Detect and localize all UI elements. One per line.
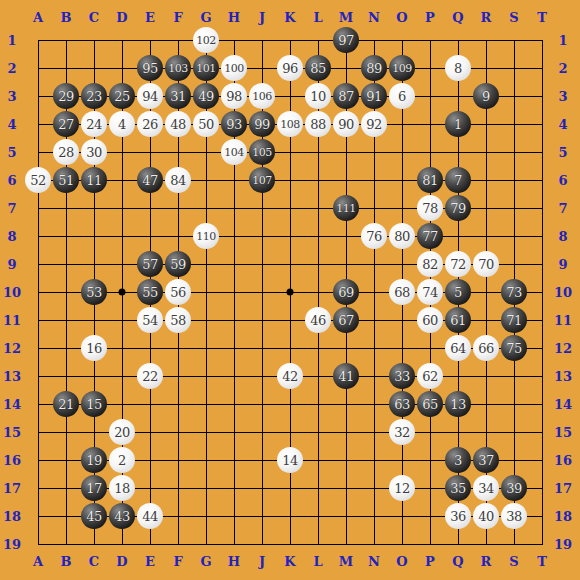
stone-black-39-S17[interactable]: 39 <box>501 475 527 501</box>
stone-black-25-D3[interactable]: 25 <box>109 83 135 109</box>
stone-black-109-O2[interactable]: 109 <box>389 55 415 81</box>
col-label-top-Q: Q <box>452 10 463 25</box>
move-number: 61 <box>450 314 466 327</box>
stone-black-103-F2[interactable]: 103 <box>165 55 191 81</box>
row-label-left-19: 19 <box>3 537 21 552</box>
go-board: ABCDEFGHJKLMNOPQRST ABCDEFGHJKLMNOPQRST … <box>0 0 580 580</box>
row-label-right-19: 19 <box>554 537 572 552</box>
move-number: 106 <box>252 91 272 102</box>
row-label-left-15: 15 <box>3 425 21 440</box>
move-number: 78 <box>422 202 438 215</box>
stone-black-31-F3[interactable]: 31 <box>165 83 191 109</box>
move-number: 12 <box>394 482 410 495</box>
move-number: 43 <box>114 510 130 523</box>
move-number: 26 <box>142 118 158 131</box>
move-number: 25 <box>114 90 130 103</box>
stone-white-34-R17[interactable]: 34 <box>473 475 499 501</box>
move-number: 5 <box>454 286 462 299</box>
move-number: 37 <box>478 454 494 467</box>
stone-white-58-F11[interactable]: 58 <box>165 307 191 333</box>
move-number: 96 <box>282 62 298 75</box>
stone-black-43-D18[interactable]: 43 <box>109 503 135 529</box>
move-number: 16 <box>86 342 102 355</box>
move-number: 99 <box>254 118 270 131</box>
move-number: 70 <box>478 258 494 271</box>
stone-black-107-J6[interactable]: 107 <box>249 167 275 193</box>
move-number: 31 <box>170 90 186 103</box>
stone-white-106-J3[interactable]: 106 <box>249 83 275 109</box>
stone-black-71-S11[interactable]: 71 <box>501 307 527 333</box>
move-number: 64 <box>450 342 466 355</box>
move-number: 81 <box>422 174 438 187</box>
stone-black-55-E10[interactable]: 55 <box>137 279 163 305</box>
move-number: 15 <box>86 398 102 411</box>
stone-black-97-M1[interactable]: 97 <box>333 27 359 53</box>
move-number: 104 <box>224 147 244 158</box>
stone-black-59-F9[interactable]: 59 <box>165 251 191 277</box>
move-number: 24 <box>86 118 102 131</box>
move-number: 29 <box>58 90 74 103</box>
col-label-top-B: B <box>61 10 72 25</box>
move-number: 45 <box>86 510 102 523</box>
stone-white-94-E3[interactable]: 94 <box>137 83 163 109</box>
move-number: 47 <box>142 174 158 187</box>
stone-black-91-N3[interactable]: 91 <box>361 83 387 109</box>
stone-white-32-O15[interactable]: 32 <box>389 419 415 445</box>
col-label-top-K: K <box>284 10 295 25</box>
stone-white-92-N4[interactable]: 92 <box>361 111 387 137</box>
stone-black-111-M7[interactable]: 111 <box>333 195 359 221</box>
col-label-top-A: A <box>33 10 43 25</box>
stone-white-2-D16[interactable]: 2 <box>109 447 135 473</box>
move-number: 67 <box>338 314 354 327</box>
stone-white-18-D17[interactable]: 18 <box>109 475 135 501</box>
stone-black-69-M10[interactable]: 69 <box>333 279 359 305</box>
stone-white-70-R9[interactable]: 70 <box>473 251 499 277</box>
col-label-top-J: J <box>259 10 265 25</box>
stone-black-85-L2[interactable]: 85 <box>305 55 331 81</box>
move-number: 103 <box>168 63 188 74</box>
move-number: 66 <box>478 342 494 355</box>
stone-white-82-P9[interactable]: 82 <box>417 251 443 277</box>
stone-white-60-P11[interactable]: 60 <box>417 307 443 333</box>
row-label-right-18: 18 <box>554 509 572 524</box>
stones-grid[interactable]: 1029795103101100968589109829232594314998… <box>24 26 556 558</box>
stone-white-110-G8[interactable]: 110 <box>193 223 219 249</box>
move-number: 60 <box>422 314 438 327</box>
move-number: 79 <box>450 202 466 215</box>
move-number: 8 <box>454 62 462 75</box>
row-label-right-16: 16 <box>554 453 572 468</box>
move-number: 7 <box>454 174 462 187</box>
stone-white-10-L3[interactable]: 10 <box>305 83 331 109</box>
move-number: 50 <box>198 118 214 131</box>
stone-black-29-B3[interactable]: 29 <box>53 83 79 109</box>
move-number: 84 <box>170 174 186 187</box>
move-number: 94 <box>142 90 158 103</box>
move-number: 33 <box>394 370 410 383</box>
stone-white-4-D4[interactable]: 4 <box>109 111 135 137</box>
stone-black-53-C10[interactable]: 53 <box>81 279 107 305</box>
col-label-top-O: O <box>396 10 407 25</box>
move-number: 100 <box>224 63 244 74</box>
move-number: 22 <box>142 370 158 383</box>
stone-black-51-B6[interactable]: 51 <box>53 167 79 193</box>
move-number: 85 <box>310 62 326 75</box>
stone-black-65-P14[interactable]: 65 <box>417 391 443 417</box>
move-number: 19 <box>86 454 102 467</box>
move-number: 23 <box>86 90 102 103</box>
stone-black-37-R16[interactable]: 37 <box>473 447 499 473</box>
stone-white-84-F6[interactable]: 84 <box>165 167 191 193</box>
move-number: 101 <box>196 63 216 74</box>
move-number: 59 <box>170 258 186 271</box>
stone-black-23-C3[interactable]: 23 <box>81 83 107 109</box>
move-number: 91 <box>366 90 382 103</box>
row-label-left-10: 10 <box>3 285 21 300</box>
stone-black-61-Q11[interactable]: 61 <box>445 307 471 333</box>
move-number: 6 <box>398 90 406 103</box>
stone-black-99-J4[interactable]: 99 <box>249 111 275 137</box>
col-label-top-C: C <box>89 10 99 25</box>
stone-black-41-M13[interactable]: 41 <box>333 363 359 389</box>
col-label-top-G: G <box>200 10 211 25</box>
stone-white-90-M4[interactable]: 90 <box>333 111 359 137</box>
move-number: 14 <box>282 454 298 467</box>
stone-black-19-C16[interactable]: 19 <box>81 447 107 473</box>
col-label-top-N: N <box>368 10 380 25</box>
move-number: 20 <box>114 426 130 439</box>
move-number: 63 <box>394 398 410 411</box>
stone-black-13-Q14[interactable]: 13 <box>445 391 471 417</box>
move-number: 105 <box>252 147 272 158</box>
stone-black-57-E9[interactable]: 57 <box>137 251 163 277</box>
stone-black-101-G2[interactable]: 101 <box>193 55 219 81</box>
move-number: 54 <box>142 314 158 327</box>
stone-black-45-C18[interactable]: 45 <box>81 503 107 529</box>
move-number: 80 <box>394 230 410 243</box>
col-label-top-P: P <box>425 10 435 25</box>
move-number: 53 <box>86 286 102 299</box>
row-label-right-17: 17 <box>554 481 572 496</box>
stone-white-108-K4[interactable]: 108 <box>277 111 303 137</box>
stone-white-44-E18[interactable]: 44 <box>137 503 163 529</box>
row-label-right-12: 12 <box>554 341 572 356</box>
row-label-left-18: 18 <box>3 509 21 524</box>
stone-white-80-O8[interactable]: 80 <box>389 223 415 249</box>
row-label-right-2: 2 <box>558 61 567 76</box>
move-number: 102 <box>196 35 216 46</box>
move-number: 13 <box>450 398 466 411</box>
row-label-left-7: 7 <box>7 201 16 216</box>
move-number: 34 <box>478 482 494 495</box>
move-number: 42 <box>282 370 298 383</box>
stone-black-49-G3[interactable]: 49 <box>193 83 219 109</box>
row-label-left-17: 17 <box>3 481 21 496</box>
stone-white-98-H3[interactable]: 98 <box>221 83 247 109</box>
stone-white-56-F10[interactable]: 56 <box>165 279 191 305</box>
move-number: 41 <box>338 370 354 383</box>
row-label-right-8: 8 <box>558 229 567 244</box>
move-number: 11 <box>86 174 102 187</box>
stone-black-5-Q10[interactable]: 5 <box>445 279 471 305</box>
move-number: 110 <box>196 231 216 242</box>
move-number: 2 <box>118 454 126 467</box>
stone-black-35-Q17[interactable]: 35 <box>445 475 471 501</box>
stone-white-68-O10[interactable]: 68 <box>389 279 415 305</box>
move-number: 93 <box>226 118 242 131</box>
row-label-left-16: 16 <box>3 453 21 468</box>
move-number: 98 <box>226 90 242 103</box>
move-number: 88 <box>310 118 326 131</box>
row-label-right-10: 10 <box>554 285 572 300</box>
row-label-left-8: 8 <box>7 229 16 244</box>
move-number: 89 <box>366 62 382 75</box>
stone-white-14-K16[interactable]: 14 <box>277 447 303 473</box>
stone-white-30-C5[interactable]: 30 <box>81 139 107 165</box>
stone-white-100-H2[interactable]: 100 <box>221 55 247 81</box>
row-label-left-14: 14 <box>3 397 21 412</box>
move-number: 38 <box>506 510 522 523</box>
move-number: 3 <box>454 454 462 467</box>
row-label-left-12: 12 <box>3 341 21 356</box>
row-label-left-13: 13 <box>3 369 21 384</box>
stone-black-77-P8[interactable]: 77 <box>417 223 443 249</box>
move-number: 17 <box>86 482 102 495</box>
stone-black-75-S12[interactable]: 75 <box>501 335 527 361</box>
row-label-right-11: 11 <box>554 313 572 328</box>
move-number: 109 <box>392 63 412 74</box>
stone-white-74-P10[interactable]: 74 <box>417 279 443 305</box>
stone-black-67-M11[interactable]: 67 <box>333 307 359 333</box>
stone-white-64-Q12[interactable]: 64 <box>445 335 471 361</box>
row-label-right-1: 1 <box>558 33 567 48</box>
stone-black-63-O14[interactable]: 63 <box>389 391 415 417</box>
move-number: 46 <box>310 314 326 327</box>
col-label-top-T: T <box>537 10 547 25</box>
move-number: 39 <box>506 482 522 495</box>
stone-black-81-P6[interactable]: 81 <box>417 167 443 193</box>
row-label-right-5: 5 <box>558 145 567 160</box>
move-number: 77 <box>422 230 438 243</box>
stone-black-33-O13[interactable]: 33 <box>389 363 415 389</box>
row-label-right-9: 9 <box>558 257 567 272</box>
stone-white-42-K13[interactable]: 42 <box>277 363 303 389</box>
move-number: 69 <box>338 286 354 299</box>
move-number: 72 <box>450 258 466 271</box>
stone-white-76-N8[interactable]: 76 <box>361 223 387 249</box>
stone-white-40-R18[interactable]: 40 <box>473 503 499 529</box>
stone-black-11-C6[interactable]: 11 <box>81 167 107 193</box>
move-number: 28 <box>58 146 74 159</box>
stone-black-105-J5[interactable]: 105 <box>249 139 275 165</box>
move-number: 87 <box>338 90 354 103</box>
row-label-left-5: 5 <box>7 145 16 160</box>
stone-white-78-P7[interactable]: 78 <box>417 195 443 221</box>
row-label-right-7: 7 <box>558 201 567 216</box>
row-label-right-14: 14 <box>554 397 572 412</box>
move-number: 18 <box>114 482 130 495</box>
col-label-top-F: F <box>173 10 182 25</box>
stone-white-24-C4[interactable]: 24 <box>81 111 107 137</box>
row-label-left-6: 6 <box>7 173 16 188</box>
move-number: 76 <box>366 230 382 243</box>
row-label-left-9: 9 <box>7 257 16 272</box>
stone-black-93-H4[interactable]: 93 <box>221 111 247 137</box>
row-label-right-6: 6 <box>558 173 567 188</box>
row-label-left-1: 1 <box>7 33 16 48</box>
col-label-top-D: D <box>116 10 127 25</box>
move-number: 10 <box>310 90 326 103</box>
stone-black-7-Q6[interactable]: 7 <box>445 167 471 193</box>
stone-white-104-H5[interactable]: 104 <box>221 139 247 165</box>
move-number: 9 <box>482 90 490 103</box>
stone-black-3-Q16[interactable]: 3 <box>445 447 471 473</box>
move-number: 1 <box>454 118 462 131</box>
row-label-left-3: 3 <box>7 89 16 104</box>
move-number: 57 <box>142 258 158 271</box>
stone-white-66-R12[interactable]: 66 <box>473 335 499 361</box>
col-label-top-R: R <box>481 10 492 25</box>
stone-black-73-S10[interactable]: 73 <box>501 279 527 305</box>
stone-white-54-E11[interactable]: 54 <box>137 307 163 333</box>
move-number: 68 <box>394 286 410 299</box>
stone-black-27-B4[interactable]: 27 <box>53 111 79 137</box>
col-label-top-S: S <box>509 10 518 25</box>
move-number: 44 <box>142 510 158 523</box>
stone-black-21-B14[interactable]: 21 <box>53 391 79 417</box>
move-number: 27 <box>58 118 74 131</box>
stone-white-62-P13[interactable]: 62 <box>417 363 443 389</box>
move-number: 35 <box>450 482 466 495</box>
move-number: 40 <box>478 510 494 523</box>
move-number: 55 <box>142 286 158 299</box>
row-label-right-3: 3 <box>558 89 567 104</box>
move-number: 108 <box>280 119 300 130</box>
move-number: 97 <box>338 34 354 47</box>
stone-white-26-E4[interactable]: 26 <box>137 111 163 137</box>
move-number: 48 <box>170 118 186 131</box>
move-number: 21 <box>58 398 74 411</box>
stone-white-50-G4[interactable]: 50 <box>193 111 219 137</box>
move-number: 74 <box>422 286 438 299</box>
row-label-left-4: 4 <box>7 117 16 132</box>
move-number: 4 <box>118 118 126 131</box>
move-number: 95 <box>142 62 158 75</box>
row-label-right-4: 4 <box>558 117 567 132</box>
move-number: 75 <box>506 342 522 355</box>
move-number: 90 <box>338 118 354 131</box>
stone-white-22-E13[interactable]: 22 <box>137 363 163 389</box>
stone-white-48-F4[interactable]: 48 <box>165 111 191 137</box>
stone-black-17-C17[interactable]: 17 <box>81 475 107 501</box>
move-number: 92 <box>366 118 382 131</box>
move-number: 49 <box>198 90 214 103</box>
row-label-left-2: 2 <box>7 61 16 76</box>
stone-white-38-S18[interactable]: 38 <box>501 503 527 529</box>
col-label-top-M: M <box>339 10 353 25</box>
move-number: 56 <box>170 286 186 299</box>
stone-white-20-D15[interactable]: 20 <box>109 419 135 445</box>
stone-black-47-E6[interactable]: 47 <box>137 167 163 193</box>
move-number: 30 <box>86 146 102 159</box>
stone-white-6-O3[interactable]: 6 <box>389 83 415 109</box>
move-number: 73 <box>506 286 522 299</box>
stone-black-79-Q7[interactable]: 79 <box>445 195 471 221</box>
col-label-top-E: E <box>145 10 155 25</box>
move-number: 62 <box>422 370 438 383</box>
stone-black-89-N2[interactable]: 89 <box>361 55 387 81</box>
row-label-right-13: 13 <box>554 369 572 384</box>
move-number: 107 <box>252 175 272 186</box>
stone-white-36-Q18[interactable]: 36 <box>445 503 471 529</box>
move-number: 82 <box>422 258 438 271</box>
stone-white-46-L11[interactable]: 46 <box>305 307 331 333</box>
move-number: 36 <box>450 510 466 523</box>
move-number: 58 <box>170 314 186 327</box>
stone-black-95-E2[interactable]: 95 <box>137 55 163 81</box>
row-label-left-11: 11 <box>3 313 21 328</box>
stone-white-16-C12[interactable]: 16 <box>81 335 107 361</box>
stone-white-8-Q2[interactable]: 8 <box>445 55 471 81</box>
move-number: 71 <box>506 314 522 327</box>
stone-black-15-C14[interactable]: 15 <box>81 391 107 417</box>
col-label-top-L: L <box>313 10 322 25</box>
stone-black-1-Q4[interactable]: 1 <box>445 111 471 137</box>
stone-white-88-L4[interactable]: 88 <box>305 111 331 137</box>
stone-white-28-B5[interactable]: 28 <box>53 139 79 165</box>
stone-white-96-K2[interactable]: 96 <box>277 55 303 81</box>
col-label-top-H: H <box>228 10 240 25</box>
move-number: 32 <box>394 426 410 439</box>
stone-black-87-M3[interactable]: 87 <box>333 83 359 109</box>
move-number: 111 <box>336 203 356 214</box>
move-number: 65 <box>422 398 438 411</box>
row-label-right-15: 15 <box>554 425 572 440</box>
stone-white-52-A6[interactable]: 52 <box>25 167 51 193</box>
move-number: 51 <box>58 174 74 187</box>
stone-white-72-Q9[interactable]: 72 <box>445 251 471 277</box>
move-number: 52 <box>30 174 46 187</box>
stone-black-9-R3[interactable]: 9 <box>473 83 499 109</box>
stone-white-12-O17[interactable]: 12 <box>389 475 415 501</box>
stone-white-102-G1[interactable]: 102 <box>193 27 219 53</box>
